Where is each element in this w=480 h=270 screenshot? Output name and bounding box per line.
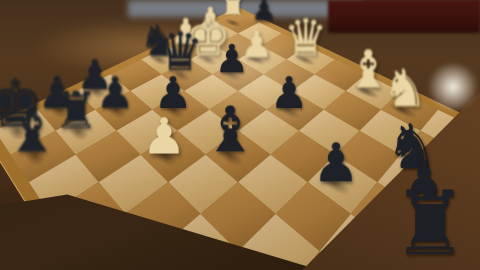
black-pawn-glyph: ♟ — [270, 71, 309, 115]
white-queen-glyph: ♛ — [284, 13, 328, 63]
bokeh-highlight — [425, 64, 480, 110]
captured-black-pawn[interactable]: ♟ — [251, 0, 277, 25]
black-bishop-glyph: ♝ — [202, 98, 258, 161]
black-pawn-glyph: ♟ — [312, 136, 359, 190]
chess-photo-scene: ♚♝♜♟♟♟♟♝♛♞♟♟♟♟♚♟♟♜♟♛♝♞ ♟♞♟♜ — [0, 0, 480, 270]
white-knight-glyph: ♞ — [382, 63, 428, 115]
captured-black-rook[interactable]: ♜ — [393, 180, 468, 268]
black-bishop-glyph: ♝ — [4, 98, 60, 161]
black-pawn-glyph: ♟ — [95, 71, 134, 115]
background-red-object — [328, 0, 480, 33]
white-pawn-glyph: ♟ — [142, 111, 186, 161]
black-rook-glyph: ♜ — [54, 85, 99, 136]
black-pawn-glyph: ♟ — [214, 39, 249, 78]
